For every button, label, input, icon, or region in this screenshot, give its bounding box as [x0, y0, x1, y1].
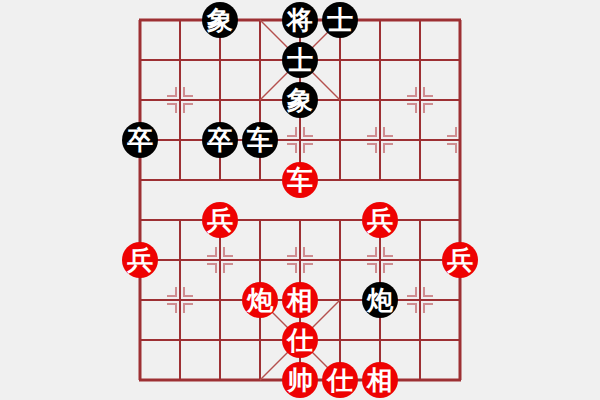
board-point-c5r4[interactable]	[320, 160, 360, 200]
board-point-c7r2[interactable]	[400, 80, 440, 120]
board-point-c3r3[interactable]: 车	[240, 120, 280, 160]
board-point-c6r5[interactable]: 兵	[360, 200, 400, 240]
board-point-c2r1[interactable]	[200, 40, 240, 80]
board-point-c4r4[interactable]: 车	[280, 160, 320, 200]
piece-black-soldier[interactable]: 卒	[122, 122, 158, 158]
board-point-c5r9[interactable]: 仕	[320, 360, 360, 400]
piece-red-chariot[interactable]: 车	[282, 162, 318, 198]
board-point-c3r0[interactable]	[240, 0, 280, 40]
board-point-c1r8[interactable]	[160, 320, 200, 360]
board-point-c1r4[interactable]	[160, 160, 200, 200]
board-point-c5r5[interactable]	[320, 200, 360, 240]
board-point-c2r5[interactable]: 兵	[200, 200, 240, 240]
board-point-c5r6[interactable]	[320, 240, 360, 280]
board-point-c5r8[interactable]	[320, 320, 360, 360]
board-point-c0r6[interactable]: 兵	[120, 240, 160, 280]
board-point-c6r8[interactable]	[360, 320, 400, 360]
board-point-c7r4[interactable]	[400, 160, 440, 200]
board-point-c6r9[interactable]: 相	[360, 360, 400, 400]
piece-red-general[interactable]: 帅	[282, 362, 318, 398]
board-point-c7r6[interactable]	[400, 240, 440, 280]
board-point-c0r1[interactable]	[120, 40, 160, 80]
board-point-c8r3[interactable]	[440, 120, 480, 160]
board-point-c4r3[interactable]	[280, 120, 320, 160]
board-point-c2r4[interactable]	[200, 160, 240, 200]
board-point-c3r2[interactable]	[240, 80, 280, 120]
board-point-c1r6[interactable]	[160, 240, 200, 280]
board-point-c1r7[interactable]	[160, 280, 200, 320]
board-point-c7r1[interactable]	[400, 40, 440, 80]
board-point-c2r9[interactable]	[200, 360, 240, 400]
board-point-c8r4[interactable]	[440, 160, 480, 200]
board-point-c3r6[interactable]	[240, 240, 280, 280]
piece-black-elephant[interactable]: 象	[282, 82, 318, 118]
board-point-c0r3[interactable]: 卒	[120, 120, 160, 160]
board-point-c5r2[interactable]	[320, 80, 360, 120]
board-point-c3r9[interactable]	[240, 360, 280, 400]
board-point-c5r3[interactable]	[320, 120, 360, 160]
board-point-c3r4[interactable]	[240, 160, 280, 200]
board-point-c7r0[interactable]	[400, 0, 440, 40]
board-point-c1r2[interactable]	[160, 80, 200, 120]
board-point-c7r9[interactable]	[400, 360, 440, 400]
board-point-c2r0[interactable]: 象	[200, 0, 240, 40]
board-point-c1r5[interactable]	[160, 200, 200, 240]
piece-black-chariot[interactable]: 车	[242, 122, 278, 158]
board-point-c7r5[interactable]	[400, 200, 440, 240]
board-point-c4r0[interactable]: 将	[280, 0, 320, 40]
piece-red-elephant[interactable]: 相	[362, 362, 398, 398]
piece-red-soldier[interactable]: 兵	[442, 242, 478, 278]
board-point-c8r7[interactable]	[440, 280, 480, 320]
board-point-c1r3[interactable]	[160, 120, 200, 160]
piece-black-elephant[interactable]: 象	[202, 2, 238, 38]
piece-red-elephant[interactable]: 相	[282, 282, 318, 318]
board-point-c3r1[interactable]	[240, 40, 280, 80]
board-point-c6r7[interactable]: 炮	[360, 280, 400, 320]
board-point-c1r1[interactable]	[160, 40, 200, 80]
board-point-c2r2[interactable]	[200, 80, 240, 120]
board-point-c4r7[interactable]: 相	[280, 280, 320, 320]
board-point-c0r5[interactable]	[120, 200, 160, 240]
board-point-c4r6[interactable]	[280, 240, 320, 280]
board-point-c1r9[interactable]	[160, 360, 200, 400]
board-point-c8r9[interactable]	[440, 360, 480, 400]
board-point-c4r9[interactable]: 帅	[280, 360, 320, 400]
board-point-c2r6[interactable]	[200, 240, 240, 280]
piece-black-advisor[interactable]: 士	[282, 42, 318, 78]
board-point-c4r2[interactable]: 象	[280, 80, 320, 120]
board-point-c0r9[interactable]	[120, 360, 160, 400]
board-point-c0r8[interactable]	[120, 320, 160, 360]
board-point-c3r8[interactable]	[240, 320, 280, 360]
piece-red-soldier[interactable]: 兵	[122, 242, 158, 278]
board-point-c0r7[interactable]	[120, 280, 160, 320]
board-point-c4r8[interactable]: 仕	[280, 320, 320, 360]
board-point-c7r8[interactable]	[400, 320, 440, 360]
piece-red-advisor[interactable]: 仕	[282, 322, 318, 358]
board-point-c6r3[interactable]	[360, 120, 400, 160]
board-point-c0r2[interactable]	[120, 80, 160, 120]
piece-red-soldier[interactable]: 兵	[202, 202, 238, 238]
piece-black-soldier[interactable]: 卒	[202, 122, 238, 158]
board-point-c2r3[interactable]: 卒	[200, 120, 240, 160]
piece-black-general[interactable]: 将	[282, 2, 318, 38]
piece-black-advisor[interactable]: 士	[322, 2, 358, 38]
board-point-c7r3[interactable]	[400, 120, 440, 160]
board-point-c3r5[interactable]	[240, 200, 280, 240]
board-point-c6r2[interactable]	[360, 80, 400, 120]
piece-red-advisor[interactable]: 仕	[322, 362, 358, 398]
board-point-c4r5[interactable]	[280, 200, 320, 240]
board-point-c7r7[interactable]	[400, 280, 440, 320]
board-point-c1r0[interactable]	[160, 0, 200, 40]
board-point-c5r7[interactable]	[320, 280, 360, 320]
xiangqi-board: 象将士士象卒卒车车兵兵兵兵炮相炮仕帅仕相	[0, 0, 600, 400]
board-point-c0r4[interactable]	[120, 160, 160, 200]
board-point-c5r0[interactable]: 士	[320, 0, 360, 40]
board-point-c8r2[interactable]	[440, 80, 480, 120]
board-point-c2r8[interactable]	[200, 320, 240, 360]
piece-red-cannon[interactable]: 炮	[242, 282, 278, 318]
board-point-c6r1[interactable]	[360, 40, 400, 80]
board-point-c8r6[interactable]: 兵	[440, 240, 480, 280]
board-point-c0r0[interactable]	[120, 0, 160, 40]
board-point-c6r0[interactable]	[360, 0, 400, 40]
board-point-c6r6[interactable]	[360, 240, 400, 280]
board-point-c8r1[interactable]	[440, 40, 480, 80]
board-point-c8r8[interactable]	[440, 320, 480, 360]
board-point-c8r0[interactable]	[440, 0, 480, 40]
piece-black-cannon[interactable]: 炮	[362, 282, 398, 318]
board-point-c6r4[interactable]	[360, 160, 400, 200]
board-point-c3r7[interactable]: 炮	[240, 280, 280, 320]
board-point-c4r1[interactable]: 士	[280, 40, 320, 80]
board-point-c2r7[interactable]	[200, 280, 240, 320]
piece-red-soldier[interactable]: 兵	[362, 202, 398, 238]
board-points: 象将士士象卒卒车车兵兵兵兵炮相炮仕帅仕相	[120, 0, 480, 400]
board-point-c8r5[interactable]	[440, 200, 480, 240]
board-point-c5r1[interactable]	[320, 40, 360, 80]
